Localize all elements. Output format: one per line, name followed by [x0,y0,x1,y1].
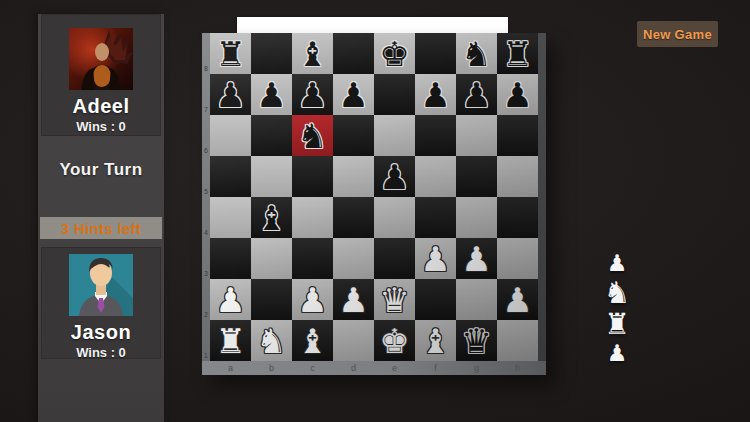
square-b6[interactable] [251,115,292,156]
piece-black-pawn[interactable]: ♟ [461,78,491,112]
captured-white-pawn: ♟ [607,342,628,365]
rank-label-4: 4 [202,197,210,238]
square-g1[interactable]: ♛ [456,320,497,361]
square-b5[interactable] [251,156,292,197]
user-avatar-image [69,254,133,316]
square-d2[interactable]: ♟ [333,279,374,320]
rank-labels: 87654321 [202,33,210,361]
square-c1[interactable]: ♝ [292,320,333,361]
piece-white-pawn[interactable]: ♟ [215,283,245,317]
square-f1[interactable]: ♝ [415,320,456,361]
piece-black-pawn[interactable]: ♟ [379,160,409,194]
piece-black-pawn[interactable]: ♟ [502,78,532,112]
square-e4[interactable] [374,197,415,238]
piece-black-knight[interactable]: ♞ [461,37,491,71]
piece-black-pawn[interactable]: ♟ [297,78,327,112]
file-label-f: f [415,361,456,375]
piece-white-rook[interactable]: ♜ [215,324,245,358]
square-d4[interactable] [333,197,374,238]
piece-black-pawn[interactable]: ♟ [256,78,286,112]
square-c6[interactable]: ♞ [292,115,333,156]
square-g6[interactable] [456,115,497,156]
square-f6[interactable] [415,115,456,156]
square-h6[interactable] [497,115,538,156]
file-label-d: d [333,361,374,375]
file-label-g: g [456,361,497,375]
opponent-avatar-image [69,28,133,90]
square-h2[interactable]: ♟ [497,279,538,320]
square-a8[interactable]: ♜ [210,33,251,74]
rank-label-7: 7 [202,74,210,115]
piece-black-knight[interactable]: ♞ [297,119,327,153]
square-f4[interactable] [415,197,456,238]
piece-white-bishop[interactable]: ♝ [297,324,327,358]
piece-white-pawn[interactable]: ♟ [297,283,327,317]
square-a4[interactable] [210,197,251,238]
captured-white-pawn: ♟ [607,252,628,275]
square-b3[interactable] [251,238,292,279]
hints-button[interactable]: 3 Hints left [40,217,162,239]
piece-black-pawn[interactable]: ♟ [338,78,368,112]
square-a6[interactable] [210,115,251,156]
square-e8[interactable]: ♚ [374,33,415,74]
rank-label-3: 3 [202,238,210,279]
piece-white-queen[interactable]: ♛ [379,283,409,317]
square-h4[interactable] [497,197,538,238]
square-g7[interactable]: ♟ [456,74,497,115]
game-screen: Adeel Wins : 0 Your Turn 3 Hints left Ja… [0,0,750,422]
square-f7[interactable]: ♟ [415,74,456,115]
square-a2[interactable]: ♟ [210,279,251,320]
opponent-avatar [69,28,133,90]
user-card: Jason Wins : 0 [41,247,161,359]
chess-board: 87654321 ♜♝♚♞♜♟♟♟♟♟♟♟♞♟♝♟♟♟♟♟♛♟♜♞♝♚♝♛ ab… [202,33,546,375]
square-e6[interactable] [374,115,415,156]
square-c7[interactable]: ♟ [292,74,333,115]
square-g3[interactable]: ♟ [456,238,497,279]
sidebar: Adeel Wins : 0 Your Turn 3 Hints left Ja… [38,14,164,422]
board-frame-bottom: abcdefgh [202,361,546,375]
piece-black-bishop[interactable]: ♝ [297,37,327,71]
square-d1[interactable] [333,320,374,361]
square-h7[interactable]: ♟ [497,74,538,115]
board-frame-right [538,33,546,361]
piece-white-pawn[interactable]: ♟ [461,242,491,276]
square-e3[interactable] [374,238,415,279]
square-d5[interactable] [333,156,374,197]
square-c2[interactable]: ♟ [292,279,333,320]
captured-white-knight: ♞ [604,278,631,308]
turn-indicator: Your Turn [38,160,164,180]
square-a1[interactable]: ♜ [210,320,251,361]
square-g4[interactable] [456,197,497,238]
user-name: Jason [71,321,131,344]
captured-pieces-tray: ♟♞♜♟ [594,250,640,367]
captured-white-rook: ♜ [604,310,630,339]
square-f2[interactable] [415,279,456,320]
user-wins: Wins : 0 [76,345,126,360]
rank-label-6: 6 [202,115,210,156]
square-b2[interactable] [251,279,292,320]
piece-white-pawn[interactable]: ♟ [338,283,368,317]
square-g8[interactable]: ♞ [456,33,497,74]
user-avatar [69,254,133,316]
square-b7[interactable]: ♟ [251,74,292,115]
piece-white-pawn[interactable]: ♟ [420,242,450,276]
file-label-e: e [374,361,415,375]
opponent-wins: Wins : 0 [76,119,126,134]
square-d3[interactable] [333,238,374,279]
square-h3[interactable] [497,238,538,279]
rank-label-5: 5 [202,156,210,197]
piece-white-pawn[interactable]: ♟ [502,283,532,317]
file-label-b: b [251,361,292,375]
square-c4[interactable] [292,197,333,238]
square-c8[interactable]: ♝ [292,33,333,74]
ad-banner[interactable] [237,17,508,33]
board-squares: ♜♝♚♞♜♟♟♟♟♟♟♟♞♟♝♟♟♟♟♟♛♟♜♞♝♚♝♛ [210,33,538,361]
square-g2[interactable] [456,279,497,320]
piece-white-knight[interactable]: ♞ [256,324,286,358]
square-e1[interactable]: ♚ [374,320,415,361]
opponent-name: Adeel [73,95,130,118]
square-d8[interactable] [333,33,374,74]
square-d7[interactable]: ♟ [333,74,374,115]
square-f8[interactable] [415,33,456,74]
new-game-button[interactable]: New Game [637,21,718,47]
square-f3[interactable]: ♟ [415,238,456,279]
piece-black-bishop[interactable]: ♝ [256,201,286,235]
piece-black-king[interactable]: ♚ [379,37,409,71]
square-h5[interactable] [497,156,538,197]
piece-black-pawn[interactable]: ♟ [215,78,245,112]
square-b4[interactable]: ♝ [251,197,292,238]
file-label-h: h [497,361,538,375]
square-h8[interactable]: ♜ [497,33,538,74]
piece-black-rook[interactable]: ♜ [502,37,532,71]
square-b8[interactable] [251,33,292,74]
square-c5[interactable] [292,156,333,197]
piece-white-king[interactable]: ♚ [379,324,409,358]
square-h1[interactable] [497,320,538,361]
square-e7[interactable] [374,74,415,115]
piece-black-queen[interactable]: ♛ [461,324,491,358]
square-f5[interactable] [415,156,456,197]
square-e2[interactable]: ♛ [374,279,415,320]
rank-label-2: 2 [202,279,210,320]
square-d6[interactable] [333,115,374,156]
rank-label-8: 8 [202,33,210,74]
square-a3[interactable] [210,238,251,279]
rank-label-1: 1 [202,320,210,361]
file-labels: abcdefgh [210,361,538,375]
opponent-card: Adeel Wins : 0 [41,14,161,136]
square-a7[interactable]: ♟ [210,74,251,115]
piece-black-pawn[interactable]: ♟ [420,78,450,112]
square-c3[interactable] [292,238,333,279]
file-label-c: c [292,361,333,375]
file-label-a: a [210,361,251,375]
square-b1[interactable]: ♞ [251,320,292,361]
square-a5[interactable] [210,156,251,197]
piece-black-rook[interactable]: ♜ [215,37,245,71]
piece-white-bishop[interactable]: ♝ [420,324,450,358]
square-g5[interactable] [456,156,497,197]
square-e5[interactable]: ♟ [374,156,415,197]
